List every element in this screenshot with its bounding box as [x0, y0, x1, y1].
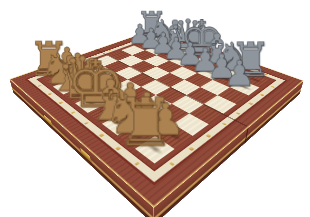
brass-stud-icon — [236, 112, 240, 115]
brass-stud-icon — [271, 86, 275, 88]
chess-board: ♜♞♝♛♚♝♞♜♟♟♟♟♟♟♟♟♟♟♟♟♟♟♟♟♜♞♝♛♚♝♞♜ — [9, 28, 303, 207]
brass-stud-icon — [249, 102, 253, 104]
brass-stud-icon — [169, 162, 174, 166]
piece-black-pawn[interactable]: ♟ — [224, 56, 256, 91]
brass-stud-icon — [189, 147, 194, 151]
brass-stud-icon — [206, 134, 211, 137]
brass-stud-icon — [260, 94, 264, 96]
board-scene: ♜♞♝♛♚♝♞♜♟♟♟♟♟♟♟♟♟♟♟♟♟♟♟♟♜♞♝♛♚♝♞♜ — [52, 0, 260, 184]
brass-hinge-icon — [80, 148, 91, 163]
fold-seam-edge — [245, 127, 249, 143]
brass-stud-icon — [134, 162, 139, 166]
brass-stud-icon — [222, 123, 227, 126]
product-photo: ♜♞♝♛♚♝♞♜♟♟♟♟♟♟♟♟♟♟♟♟♟♟♟♟♜♞♝♛♚♝♞♜ — [0, 0, 310, 217]
piece-white-rook[interactable]: ♜ — [116, 89, 175, 155]
